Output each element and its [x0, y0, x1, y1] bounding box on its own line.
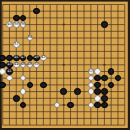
black-stone[interactable]: [0, 62, 6, 69]
white-stone[interactable]: 42: [40, 55, 47, 62]
black-stone[interactable]: [94, 82, 101, 89]
white-stone[interactable]: 50: [33, 62, 40, 69]
black-stone[interactable]: [67, 102, 74, 109]
black-stone[interactable]: [101, 21, 108, 28]
black-stone[interactable]: [13, 15, 20, 22]
black-stone[interactable]: 45: [13, 55, 20, 62]
white-stone[interactable]: [20, 88, 27, 95]
black-stone[interactable]: [6, 55, 13, 62]
white-stone[interactable]: [88, 88, 95, 95]
black-stone[interactable]: [60, 88, 67, 95]
white-stone[interactable]: 38: [13, 21, 20, 28]
white-stone[interactable]: 36: [20, 21, 27, 28]
black-stone[interactable]: 43: [6, 62, 13, 69]
white-stone[interactable]: 40: [6, 21, 13, 28]
white-stone[interactable]: 52: [88, 68, 95, 75]
white-stone[interactable]: [0, 68, 6, 75]
white-stone[interactable]: 32: [13, 41, 20, 48]
black-stone[interactable]: [74, 88, 81, 95]
white-stone[interactable]: [94, 95, 101, 102]
black-stone[interactable]: [40, 82, 47, 89]
white-stone[interactable]: 48: [27, 62, 34, 69]
black-stone[interactable]: [94, 102, 101, 109]
black-stone[interactable]: [13, 95, 20, 102]
black-stone[interactable]: 41: [6, 68, 13, 75]
black-stone[interactable]: [101, 88, 108, 95]
white-stone[interactable]: 44: [13, 62, 20, 69]
black-stone[interactable]: [101, 102, 108, 109]
black-stone[interactable]: [101, 95, 108, 102]
go-board[interactable]: 40383634324547494243444648504152: [0, 0, 130, 130]
white-stone[interactable]: [94, 68, 101, 75]
black-stone[interactable]: [94, 88, 101, 95]
